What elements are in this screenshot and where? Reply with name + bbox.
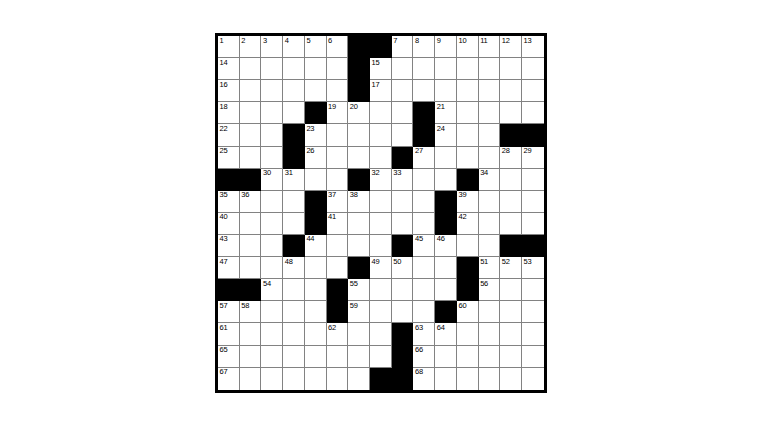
clue-number: 66 (415, 346, 423, 354)
white-cell[interactable] (500, 346, 522, 368)
clue-number: 14 (220, 59, 228, 67)
white-cell[interactable]: 37 (327, 191, 349, 213)
white-cell[interactable]: 57 (218, 301, 240, 323)
white-cell[interactable]: 56 (479, 279, 501, 301)
white-cell[interactable]: 49 (370, 257, 392, 279)
white-cell[interactable]: 43 (218, 235, 240, 257)
clue-number: 26 (306, 147, 314, 155)
white-cell[interactable] (370, 323, 392, 345)
white-cell[interactable] (327, 169, 349, 191)
white-cell[interactable] (479, 213, 501, 235)
white-cell[interactable] (261, 257, 283, 279)
clue-number: 9 (437, 37, 441, 45)
white-cell[interactable] (522, 102, 544, 124)
white-cell[interactable] (457, 80, 479, 102)
black-cell (413, 124, 435, 146)
white-cell[interactable] (327, 257, 349, 279)
white-cell[interactable] (305, 257, 327, 279)
white-cell[interactable] (392, 80, 414, 102)
white-cell[interactable] (457, 58, 479, 80)
white-cell[interactable]: 50 (392, 257, 414, 279)
white-cell[interactable] (261, 102, 283, 124)
white-cell[interactable]: 66 (413, 346, 435, 368)
white-cell[interactable] (392, 58, 414, 80)
white-cell[interactable]: 64 (435, 323, 457, 345)
clue-number: 33 (393, 169, 401, 177)
clue-number: 51 (480, 258, 488, 266)
white-cell[interactable] (457, 124, 479, 146)
clue-number: 27 (415, 147, 423, 155)
white-cell[interactable] (305, 368, 327, 390)
white-cell[interactable] (370, 102, 392, 124)
clue-number: 67 (220, 368, 228, 376)
white-cell[interactable]: 45 (413, 235, 435, 257)
white-cell[interactable] (500, 323, 522, 345)
clue-number: 54 (263, 280, 271, 288)
white-cell[interactable] (240, 235, 262, 257)
white-cell[interactable] (240, 346, 262, 368)
clue-number: 49 (372, 258, 380, 266)
white-cell[interactable] (522, 213, 544, 235)
white-cell[interactable] (261, 147, 283, 169)
clue-number: 17 (372, 81, 380, 89)
white-cell[interactable]: 10 (457, 36, 479, 58)
white-cell[interactable] (240, 323, 262, 345)
clue-number: 31 (285, 169, 293, 177)
clue-number: 48 (285, 258, 293, 266)
black-cell (348, 257, 370, 279)
clue-number: 38 (350, 191, 358, 199)
white-cell[interactable] (479, 102, 501, 124)
white-cell[interactable] (327, 368, 349, 390)
white-cell[interactable] (500, 58, 522, 80)
white-cell[interactable] (240, 102, 262, 124)
white-cell[interactable] (327, 124, 349, 146)
white-cell[interactable] (283, 213, 305, 235)
clue-number: 12 (502, 37, 510, 45)
black-cell (370, 368, 392, 390)
white-cell[interactable] (348, 147, 370, 169)
clue-number: 41 (328, 213, 336, 221)
white-cell[interactable] (283, 80, 305, 102)
white-cell[interactable] (348, 368, 370, 390)
white-cell[interactable]: 35 (218, 191, 240, 213)
white-cell[interactable] (240, 368, 262, 390)
white-cell[interactable] (327, 235, 349, 257)
white-cell[interactable]: 47 (218, 257, 240, 279)
clue-number: 59 (350, 302, 358, 310)
white-cell[interactable] (435, 169, 457, 191)
white-cell[interactable]: 11 (479, 36, 501, 58)
black-cell (283, 147, 305, 169)
white-cell[interactable] (413, 257, 435, 279)
white-cell[interactable] (392, 301, 414, 323)
white-cell[interactable] (305, 169, 327, 191)
white-cell[interactable]: 28 (500, 147, 522, 169)
clue-number: 11 (480, 37, 487, 45)
white-cell[interactable]: 32 (370, 169, 392, 191)
clue-number: 5 (306, 37, 310, 45)
white-cell[interactable] (370, 147, 392, 169)
clue-number: 24 (437, 125, 445, 133)
white-cell[interactable]: 3 (261, 36, 283, 58)
clue-number: 8 (415, 37, 419, 45)
white-cell[interactable] (240, 257, 262, 279)
white-cell[interactable] (457, 102, 479, 124)
white-cell[interactable]: 26 (305, 147, 327, 169)
white-cell[interactable] (479, 346, 501, 368)
white-cell[interactable] (479, 58, 501, 80)
white-cell[interactable]: 16 (218, 80, 240, 102)
white-cell[interactable] (479, 368, 501, 390)
clue-number: 50 (393, 258, 401, 266)
white-cell[interactable]: 13 (522, 36, 544, 58)
white-cell[interactable] (522, 58, 544, 80)
clue-number: 60 (458, 302, 466, 310)
white-cell[interactable]: 41 (327, 213, 349, 235)
white-cell[interactable] (370, 191, 392, 213)
clue-number: 7 (393, 37, 397, 45)
white-cell[interactable]: 5 (305, 36, 327, 58)
white-cell[interactable] (261, 301, 283, 323)
white-cell[interactable] (261, 346, 283, 368)
clue-number: 32 (372, 169, 380, 177)
white-cell[interactable]: 12 (500, 36, 522, 58)
black-cell (283, 235, 305, 257)
crossword-grid: 1234567891011121314151617181920212223242… (215, 33, 547, 393)
black-cell (283, 124, 305, 146)
clue-number: 15 (372, 59, 380, 67)
clue-number: 39 (458, 191, 466, 199)
white-cell[interactable] (305, 346, 327, 368)
white-cell[interactable] (500, 368, 522, 390)
clue-number: 4 (285, 37, 289, 45)
white-cell[interactable] (370, 235, 392, 257)
white-cell[interactable] (327, 58, 349, 80)
white-cell[interactable] (305, 301, 327, 323)
white-cell[interactable] (240, 147, 262, 169)
black-cell (392, 323, 414, 345)
clue-number: 34 (480, 169, 488, 177)
white-cell[interactable] (261, 213, 283, 235)
clue-number: 55 (350, 280, 358, 288)
clue-number: 56 (480, 280, 488, 288)
white-cell[interactable] (305, 323, 327, 345)
black-cell (218, 169, 240, 191)
black-cell (348, 80, 370, 102)
white-cell[interactable]: 42 (457, 213, 479, 235)
black-cell (370, 36, 392, 58)
white-cell[interactable] (413, 301, 435, 323)
white-cell[interactable]: 36 (240, 191, 262, 213)
white-cell[interactable]: 46 (435, 235, 457, 257)
white-cell[interactable] (305, 279, 327, 301)
black-cell (500, 235, 522, 257)
white-cell[interactable] (348, 235, 370, 257)
white-cell[interactable]: 61 (218, 323, 240, 345)
black-cell (500, 124, 522, 146)
black-cell (457, 257, 479, 279)
white-cell[interactable] (370, 346, 392, 368)
clue-number: 20 (350, 103, 358, 111)
clue-number: 68 (415, 368, 423, 376)
white-cell[interactable]: 7 (392, 36, 414, 58)
white-cell[interactable] (435, 80, 457, 102)
white-cell[interactable] (457, 147, 479, 169)
white-cell[interactable] (500, 191, 522, 213)
white-cell[interactable] (392, 213, 414, 235)
clue-number: 30 (263, 169, 271, 177)
white-cell[interactable] (283, 368, 305, 390)
white-cell[interactable] (479, 323, 501, 345)
clue-number: 45 (415, 235, 423, 243)
white-cell[interactable]: 27 (413, 147, 435, 169)
white-cell[interactable] (283, 279, 305, 301)
clue-number: 1 (220, 37, 224, 45)
white-cell[interactable] (457, 368, 479, 390)
white-cell[interactable]: 68 (413, 368, 435, 390)
white-cell[interactable]: 55 (348, 279, 370, 301)
clue-number: 43 (220, 235, 228, 243)
white-cell[interactable] (348, 124, 370, 146)
clue-number: 2 (241, 37, 245, 45)
white-cell[interactable] (283, 301, 305, 323)
black-cell (240, 279, 262, 301)
white-cell[interactable] (500, 301, 522, 323)
black-cell (457, 279, 479, 301)
white-cell[interactable] (392, 279, 414, 301)
white-cell[interactable] (327, 80, 349, 102)
white-cell[interactable] (500, 169, 522, 191)
black-cell (218, 279, 240, 301)
clue-number: 6 (328, 37, 332, 45)
white-cell[interactable] (261, 191, 283, 213)
white-cell[interactable] (479, 235, 501, 257)
white-cell[interactable] (370, 301, 392, 323)
white-cell[interactable]: 40 (218, 213, 240, 235)
white-cell[interactable] (500, 279, 522, 301)
clue-number: 47 (220, 258, 228, 266)
white-cell[interactable]: 48 (283, 257, 305, 279)
white-cell[interactable]: 34 (479, 169, 501, 191)
clue-number: 36 (241, 191, 249, 199)
white-cell[interactable] (479, 124, 501, 146)
white-cell[interactable] (522, 346, 544, 368)
white-cell[interactable] (457, 323, 479, 345)
white-cell[interactable] (522, 80, 544, 102)
white-cell[interactable]: 31 (283, 169, 305, 191)
white-cell[interactable] (261, 323, 283, 345)
clue-number: 3 (263, 37, 267, 45)
white-cell[interactable]: 8 (413, 36, 435, 58)
white-cell[interactable]: 62 (327, 323, 349, 345)
white-cell[interactable]: 39 (457, 191, 479, 213)
white-cell[interactable]: 30 (261, 169, 283, 191)
white-cell[interactable]: 67 (218, 368, 240, 390)
white-cell[interactable] (413, 213, 435, 235)
clue-number: 25 (220, 147, 228, 155)
white-cell[interactable] (413, 191, 435, 213)
black-cell (348, 58, 370, 80)
white-cell[interactable]: 19 (327, 102, 349, 124)
white-cell[interactable]: 29 (522, 147, 544, 169)
clue-number: 62 (328, 324, 336, 332)
white-cell[interactable] (435, 368, 457, 390)
black-cell (392, 368, 414, 390)
white-cell[interactable]: 20 (348, 102, 370, 124)
white-cell[interactable] (479, 80, 501, 102)
black-cell (435, 213, 457, 235)
white-cell[interactable] (261, 235, 283, 257)
black-cell (435, 301, 457, 323)
white-cell[interactable] (392, 124, 414, 146)
white-cell[interactable] (522, 169, 544, 191)
white-cell[interactable] (500, 102, 522, 124)
white-cell[interactable]: 22 (218, 124, 240, 146)
white-cell[interactable] (479, 191, 501, 213)
white-cell[interactable] (435, 279, 457, 301)
clue-number: 64 (437, 324, 445, 332)
white-cell[interactable] (348, 213, 370, 235)
white-cell[interactable] (522, 279, 544, 301)
black-cell (522, 124, 544, 146)
white-cell[interactable]: 4 (283, 36, 305, 58)
white-cell[interactable]: 23 (305, 124, 327, 146)
clue-number: 22 (220, 125, 228, 133)
white-cell[interactable] (370, 279, 392, 301)
white-cell[interactable] (435, 147, 457, 169)
white-cell[interactable] (500, 213, 522, 235)
clue-number: 21 (437, 103, 445, 111)
white-cell[interactable] (457, 235, 479, 257)
white-cell[interactable] (392, 102, 414, 124)
white-cell[interactable] (435, 346, 457, 368)
white-cell[interactable] (283, 191, 305, 213)
white-cell[interactable] (348, 346, 370, 368)
white-cell[interactable]: 59 (348, 301, 370, 323)
clue-number: 37 (328, 191, 336, 199)
white-cell[interactable] (240, 58, 262, 80)
white-cell[interactable] (327, 346, 349, 368)
black-cell (348, 36, 370, 58)
white-cell[interactable] (261, 58, 283, 80)
clue-number: 28 (502, 147, 510, 155)
white-cell[interactable]: 54 (261, 279, 283, 301)
clue-number: 10 (458, 37, 466, 45)
white-cell[interactable] (522, 191, 544, 213)
clue-number: 53 (524, 258, 532, 266)
white-cell[interactable] (435, 58, 457, 80)
white-cell[interactable] (348, 323, 370, 345)
white-cell[interactable] (327, 147, 349, 169)
white-cell[interactable]: 33 (392, 169, 414, 191)
clue-number: 57 (220, 302, 228, 310)
white-cell[interactable]: 14 (218, 58, 240, 80)
clue-number: 65 (220, 346, 228, 354)
white-cell[interactable]: 63 (413, 323, 435, 345)
white-cell[interactable] (522, 323, 544, 345)
white-cell[interactable]: 51 (479, 257, 501, 279)
white-cell[interactable] (500, 80, 522, 102)
white-cell[interactable]: 38 (348, 191, 370, 213)
white-cell[interactable] (370, 124, 392, 146)
white-cell[interactable]: 65 (218, 346, 240, 368)
white-cell[interactable]: 1 (218, 36, 240, 58)
white-cell[interactable]: 60 (457, 301, 479, 323)
white-cell[interactable]: 44 (305, 235, 327, 257)
clue-number: 16 (220, 81, 228, 89)
white-cell[interactable]: 2 (240, 36, 262, 58)
white-cell[interactable] (413, 279, 435, 301)
black-cell (392, 147, 414, 169)
white-cell[interactable] (370, 213, 392, 235)
white-cell[interactable] (435, 257, 457, 279)
white-cell[interactable] (413, 80, 435, 102)
black-cell (435, 191, 457, 213)
white-cell[interactable]: 18 (218, 102, 240, 124)
black-cell (305, 191, 327, 213)
black-cell (522, 235, 544, 257)
white-cell[interactable] (479, 147, 501, 169)
white-cell[interactable] (240, 124, 262, 146)
white-cell[interactable]: 58 (240, 301, 262, 323)
white-cell[interactable]: 53 (522, 257, 544, 279)
white-cell[interactable]: 15 (370, 58, 392, 80)
white-cell[interactable] (392, 191, 414, 213)
white-cell[interactable] (261, 368, 283, 390)
black-cell (392, 235, 414, 257)
black-cell (348, 169, 370, 191)
white-cell[interactable] (413, 169, 435, 191)
clue-number: 35 (220, 191, 228, 199)
white-cell[interactable] (283, 323, 305, 345)
white-cell[interactable]: 21 (435, 102, 457, 124)
black-cell (457, 169, 479, 191)
page: 1234567891011121314151617181920212223242… (0, 0, 768, 432)
white-cell[interactable] (479, 301, 501, 323)
white-cell[interactable]: 6 (327, 36, 349, 58)
clue-number: 13 (524, 37, 532, 45)
clue-number: 46 (437, 235, 445, 243)
white-cell[interactable] (305, 80, 327, 102)
white-cell[interactable]: 25 (218, 147, 240, 169)
black-cell (305, 102, 327, 124)
clue-number: 58 (241, 302, 249, 310)
black-cell (327, 279, 349, 301)
black-cell (327, 301, 349, 323)
white-cell[interactable] (240, 80, 262, 102)
white-cell[interactable] (305, 58, 327, 80)
clue-number: 42 (458, 213, 466, 221)
white-cell[interactable] (261, 124, 283, 146)
white-cell[interactable] (261, 80, 283, 102)
white-cell[interactable] (457, 346, 479, 368)
white-cell[interactable] (283, 58, 305, 80)
white-cell[interactable] (283, 346, 305, 368)
white-cell[interactable]: 17 (370, 80, 392, 102)
white-cell[interactable]: 52 (500, 257, 522, 279)
white-cell[interactable] (240, 213, 262, 235)
white-cell[interactable] (413, 58, 435, 80)
clue-number: 29 (524, 147, 532, 155)
black-cell (392, 346, 414, 368)
white-cell[interactable]: 24 (435, 124, 457, 146)
clue-number: 63 (415, 324, 423, 332)
white-cell[interactable]: 9 (435, 36, 457, 58)
white-cell[interactable] (283, 102, 305, 124)
white-cell[interactable] (522, 301, 544, 323)
white-cell[interactable] (522, 368, 544, 390)
